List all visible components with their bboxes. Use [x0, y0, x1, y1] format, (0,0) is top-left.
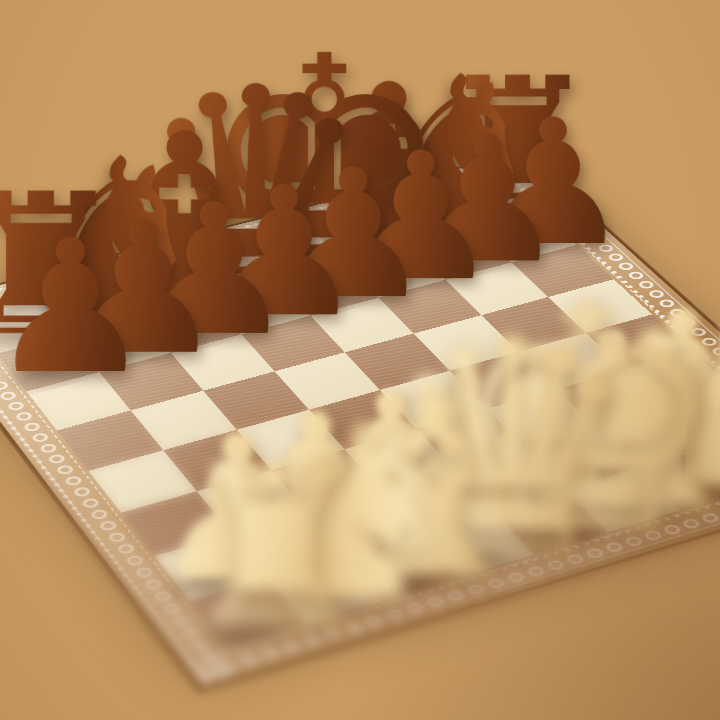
board-frame: ♜♞♝♛♚♝♞♜♟♟♟♟♟♟♟♟♟♟♟♟♟♟♟♟♜♞♝♛♚♝♞♜	[0, 154, 720, 689]
square-e4	[380, 371, 487, 429]
square-f4	[450, 352, 557, 409]
chess-set-photo: ♜♞♝♛♚♝♞♜♟♟♟♟♟♟♟♟♟♟♟♟♟♟♟♟♜♞♝♛♚♝♞♜	[0, 0, 720, 720]
scene: ♜♞♝♛♚♝♞♜♟♟♟♟♟♟♟♟♟♟♟♟♟♟♟♟♜♞♝♛♚♝♞♜	[0, 0, 720, 720]
chess-board: ♜♞♝♛♚♝♞♜♟♟♟♟♟♟♟♟♟♟♟♟♟♟♟♟♜♞♝♛♚♝♞♜	[0, 154, 720, 689]
square-g3	[557, 370, 666, 428]
